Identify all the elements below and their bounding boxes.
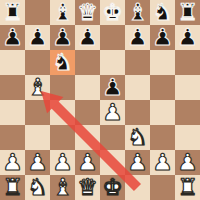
square-a8[interactable]: ♜ [0,0,25,25]
piece-white-pawn[interactable]: ♟ [25,150,50,175]
piece-white-queen[interactable]: ♛ [75,175,100,200]
square-d6[interactable] [75,50,100,75]
square-h5[interactable] [175,75,200,100]
square-f4[interactable] [125,100,150,125]
square-f2[interactable]: ♟ [125,150,150,175]
square-c5[interactable] [50,75,75,100]
square-c1[interactable]: ♝ [50,175,75,200]
square-g2[interactable]: ♟ [150,150,175,175]
piece-black-pawn[interactable]: ♟ [75,25,100,50]
piece-black-pawn[interactable]: ♟ [150,25,175,50]
piece-black-rook[interactable]: ♜ [0,0,25,25]
piece-white-pawn[interactable]: ♟ [100,100,125,125]
square-g7[interactable]: ♟ [150,25,175,50]
square-h8[interactable]: ♜ [175,0,200,25]
square-c4[interactable] [50,100,75,125]
piece-black-pawn[interactable]: ♟ [175,25,200,50]
piece-black-queen[interactable]: ♛ [75,0,100,25]
piece-black-king[interactable]: ♚ [100,0,125,25]
square-d1[interactable]: ♛ [75,175,100,200]
piece-white-bishop[interactable]: ♝ [50,175,75,200]
square-b8[interactable] [25,0,50,25]
piece-white-pawn[interactable]: ♟ [150,150,175,175]
square-b4[interactable] [25,100,50,125]
square-e1[interactable]: ♚ [100,175,125,200]
square-e5[interactable]: ♟ [100,75,125,100]
square-h1[interactable]: ♜ [175,175,200,200]
square-b5[interactable]: ♝ [25,75,50,100]
chess-board-container: ♜♝♛♚♝♞♜♟♟♟♟♟♟♟♞♝♟♟♞♟♟♟♟♟♟♟♜♞♝♛♚♜ [0,0,200,200]
piece-black-knight[interactable]: ♞ [50,50,75,75]
square-f5[interactable] [125,75,150,100]
square-h3[interactable] [175,125,200,150]
square-h4[interactable] [175,100,200,125]
square-e7[interactable] [100,25,125,50]
piece-white-knight[interactable]: ♞ [25,175,50,200]
square-e6[interactable] [100,50,125,75]
piece-black-pawn[interactable]: ♟ [100,75,125,100]
square-d3[interactable] [75,125,100,150]
square-c6[interactable]: ♞ [50,50,75,75]
piece-white-pawn[interactable]: ♟ [75,150,100,175]
square-a6[interactable] [0,50,25,75]
square-c3[interactable] [50,125,75,150]
piece-black-rook[interactable]: ♜ [175,0,200,25]
piece-white-knight[interactable]: ♞ [125,125,150,150]
square-d5[interactable] [75,75,100,100]
square-e3[interactable] [100,125,125,150]
square-h2[interactable]: ♟ [175,150,200,175]
square-g1[interactable] [150,175,175,200]
square-d7[interactable]: ♟ [75,25,100,50]
piece-black-pawn[interactable]: ♟ [50,25,75,50]
piece-white-pawn[interactable]: ♟ [175,150,200,175]
square-f6[interactable] [125,50,150,75]
square-b3[interactable] [25,125,50,150]
square-e8[interactable]: ♚ [100,0,125,25]
piece-black-pawn[interactable]: ♟ [125,25,150,50]
square-c8[interactable]: ♝ [50,0,75,25]
square-c7[interactable]: ♟ [50,25,75,50]
chess-board[interactable]: ♜♝♛♚♝♞♜♟♟♟♟♟♟♟♞♝♟♟♞♟♟♟♟♟♟♟♜♞♝♛♚♜ [0,0,200,200]
square-f7[interactable]: ♟ [125,25,150,50]
piece-black-pawn[interactable]: ♟ [25,25,50,50]
square-a4[interactable] [0,100,25,125]
square-f8[interactable]: ♝ [125,0,150,25]
square-c2[interactable]: ♟ [50,150,75,175]
square-f3[interactable]: ♞ [125,125,150,150]
square-a2[interactable]: ♟ [0,150,25,175]
piece-black-bishop[interactable]: ♝ [50,0,75,25]
piece-white-pawn[interactable]: ♟ [0,150,25,175]
piece-white-bishop[interactable]: ♝ [25,75,50,100]
square-d8[interactable]: ♛ [75,0,100,25]
piece-black-pawn[interactable]: ♟ [0,25,25,50]
square-g3[interactable] [150,125,175,150]
square-g4[interactable] [150,100,175,125]
piece-black-knight[interactable]: ♞ [150,0,175,25]
square-d2[interactable]: ♟ [75,150,100,175]
square-e4[interactable]: ♟ [100,100,125,125]
square-d4[interactable] [75,100,100,125]
square-a7[interactable]: ♟ [0,25,25,50]
square-a1[interactable]: ♜ [0,175,25,200]
square-f1[interactable] [125,175,150,200]
square-g8[interactable]: ♞ [150,0,175,25]
square-e2[interactable] [100,150,125,175]
square-b6[interactable] [25,50,50,75]
square-a5[interactable] [0,75,25,100]
square-h7[interactable]: ♟ [175,25,200,50]
piece-black-bishop[interactable]: ♝ [125,0,150,25]
square-g5[interactable] [150,75,175,100]
square-h6[interactable] [175,50,200,75]
square-a3[interactable] [0,125,25,150]
piece-white-rook[interactable]: ♜ [175,175,200,200]
piece-white-pawn[interactable]: ♟ [50,150,75,175]
square-g6[interactable] [150,50,175,75]
square-b2[interactable]: ♟ [25,150,50,175]
piece-white-king[interactable]: ♚ [100,175,125,200]
square-b1[interactable]: ♞ [25,175,50,200]
square-b7[interactable]: ♟ [25,25,50,50]
piece-white-rook[interactable]: ♜ [0,175,25,200]
piece-white-pawn[interactable]: ♟ [125,150,150,175]
